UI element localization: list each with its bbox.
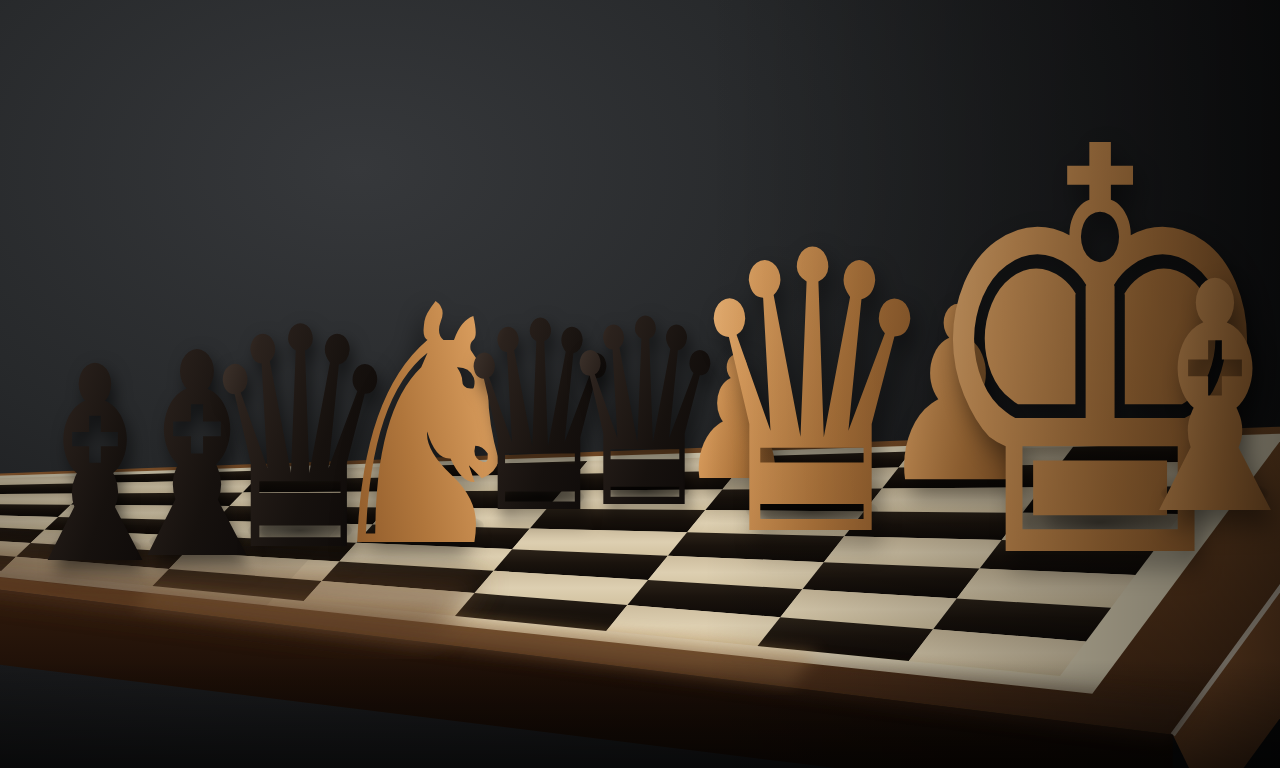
- photo-scene: ♝♝♛♞♛♛♟♛♟♚♝: [0, 0, 1280, 768]
- piece-white-bishop: ♝: [1108, 241, 1280, 559]
